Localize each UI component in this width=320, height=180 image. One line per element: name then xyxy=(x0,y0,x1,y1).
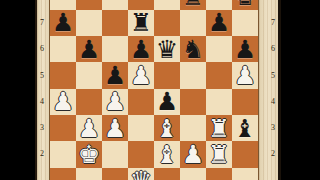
square-h1[interactable] xyxy=(232,168,258,180)
square-c2[interactable] xyxy=(102,141,128,167)
rank-label-right-6: 6 xyxy=(268,44,278,54)
square-g7[interactable]: ♟ xyxy=(206,10,232,36)
square-d4[interactable] xyxy=(128,89,154,115)
square-e4[interactable]: ♟ xyxy=(154,89,180,115)
piece-black-pawn: ♟ xyxy=(52,10,74,35)
piece-white-pawn: ♟ xyxy=(52,89,74,114)
square-e7[interactable] xyxy=(154,10,180,36)
square-g6[interactable] xyxy=(206,36,232,62)
square-h3[interactable]: ♝ xyxy=(232,115,258,141)
piece-black-bishop: ♝ xyxy=(234,116,256,141)
square-g4[interactable] xyxy=(206,89,232,115)
piece-white-bishop: ♝ xyxy=(156,142,178,167)
square-h5[interactable]: ♟ xyxy=(232,62,258,88)
square-b3[interactable]: ♟ xyxy=(76,115,102,141)
square-b6[interactable]: ♟ xyxy=(76,36,102,62)
piece-white-queen: ♛ xyxy=(130,168,152,180)
square-b8[interactable] xyxy=(76,0,102,10)
rank-label-left-4: 4 xyxy=(37,97,47,107)
piece-white-rook: ♜ xyxy=(208,116,230,141)
square-c4[interactable]: ♟ xyxy=(102,89,128,115)
square-g1[interactable] xyxy=(206,168,232,180)
piece-black-pawn: ♟ xyxy=(156,89,178,114)
square-e5[interactable] xyxy=(154,62,180,88)
piece-black-pawn: ♟ xyxy=(130,37,152,62)
square-a7[interactable]: ♟ xyxy=(50,10,76,36)
square-d1[interactable]: ♛ xyxy=(128,168,154,180)
piece-white-king: ♚ xyxy=(78,142,100,167)
video-frame: ♜♚♟♜♟♟♟♛♞♟♟♟♟♟♟♟♟♟♝♜♝♚♝♟♜♛ 776655443322 xyxy=(0,0,320,180)
rank-label-left-7: 7 xyxy=(37,18,47,28)
piece-black-knight: ♞ xyxy=(182,37,204,62)
square-e3[interactable]: ♝ xyxy=(154,115,180,141)
square-f2[interactable]: ♟ xyxy=(180,141,206,167)
piece-white-pawn: ♟ xyxy=(234,63,256,88)
square-c6[interactable] xyxy=(102,36,128,62)
square-a2[interactable] xyxy=(50,141,76,167)
piece-white-pawn: ♟ xyxy=(104,116,126,141)
piece-black-pawn: ♟ xyxy=(208,10,230,35)
square-a5[interactable] xyxy=(50,62,76,88)
square-c3[interactable]: ♟ xyxy=(102,115,128,141)
square-e8[interactable] xyxy=(154,0,180,10)
piece-white-bishop: ♝ xyxy=(156,116,178,141)
square-b1[interactable] xyxy=(76,168,102,180)
square-h7[interactable] xyxy=(232,10,258,36)
square-c7[interactable] xyxy=(102,10,128,36)
square-h6[interactable]: ♟ xyxy=(232,36,258,62)
piece-black-pawn: ♟ xyxy=(78,37,100,62)
rank-label-right-2: 2 xyxy=(268,149,278,159)
square-b2[interactable]: ♚ xyxy=(76,141,102,167)
piece-white-pawn: ♟ xyxy=(130,63,152,88)
square-a4[interactable]: ♟ xyxy=(50,89,76,115)
rank-label-right-5: 5 xyxy=(268,71,278,81)
square-h2[interactable] xyxy=(232,141,258,167)
square-g3[interactable]: ♜ xyxy=(206,115,232,141)
square-d5[interactable]: ♟ xyxy=(128,62,154,88)
square-g5[interactable] xyxy=(206,62,232,88)
piece-white-pawn: ♟ xyxy=(104,89,126,114)
rank-label-right-4: 4 xyxy=(268,97,278,107)
rank-label-left-5: 5 xyxy=(37,71,47,81)
square-c1[interactable] xyxy=(102,168,128,180)
square-f1[interactable] xyxy=(180,168,206,180)
piece-white-pawn: ♟ xyxy=(78,116,100,141)
square-f6[interactable]: ♞ xyxy=(180,36,206,62)
piece-black-rook: ♜ xyxy=(182,0,204,9)
rank-label-left-3: 3 xyxy=(37,123,47,133)
square-g2[interactable]: ♜ xyxy=(206,141,232,167)
square-a6[interactable] xyxy=(50,36,76,62)
square-f4[interactable] xyxy=(180,89,206,115)
square-f3[interactable] xyxy=(180,115,206,141)
square-f7[interactable] xyxy=(180,10,206,36)
chess-board: ♜♚♟♜♟♟♟♛♞♟♟♟♟♟♟♟♟♟♝♜♝♚♝♟♜♛ xyxy=(50,0,258,180)
piece-white-pawn: ♟ xyxy=(182,142,204,167)
piece-black-pawn: ♟ xyxy=(234,37,256,62)
square-f8[interactable]: ♜ xyxy=(180,0,206,10)
square-c5[interactable]: ♟ xyxy=(102,62,128,88)
square-b5[interactable] xyxy=(76,62,102,88)
piece-black-pawn: ♟ xyxy=(104,63,126,88)
square-e6[interactable]: ♛ xyxy=(154,36,180,62)
square-d7[interactable]: ♜ xyxy=(128,10,154,36)
square-e2[interactable]: ♝ xyxy=(154,141,180,167)
square-d3[interactable] xyxy=(128,115,154,141)
piece-white-rook: ♜ xyxy=(208,142,230,167)
square-h8[interactable]: ♚ xyxy=(232,0,258,10)
piece-black-rook: ♜ xyxy=(130,10,152,35)
square-b4[interactable] xyxy=(76,89,102,115)
square-a1[interactable] xyxy=(50,168,76,180)
rank-label-right-3: 3 xyxy=(268,123,278,133)
square-f5[interactable] xyxy=(180,62,206,88)
square-e1[interactable] xyxy=(154,168,180,180)
piece-black-queen: ♛ xyxy=(156,37,178,62)
rank-label-right-7: 7 xyxy=(268,18,278,28)
square-d6[interactable]: ♟ xyxy=(128,36,154,62)
square-c8[interactable] xyxy=(102,0,128,10)
square-a3[interactable] xyxy=(50,115,76,141)
piece-black-king: ♚ xyxy=(234,0,256,9)
rank-label-left-2: 2 xyxy=(37,149,47,159)
letterbox-left xyxy=(0,0,35,180)
square-d2[interactable] xyxy=(128,141,154,167)
square-h4[interactable] xyxy=(232,89,258,115)
rank-label-left-6: 6 xyxy=(37,44,47,54)
letterbox-right xyxy=(281,0,320,180)
square-b7[interactable] xyxy=(76,10,102,36)
